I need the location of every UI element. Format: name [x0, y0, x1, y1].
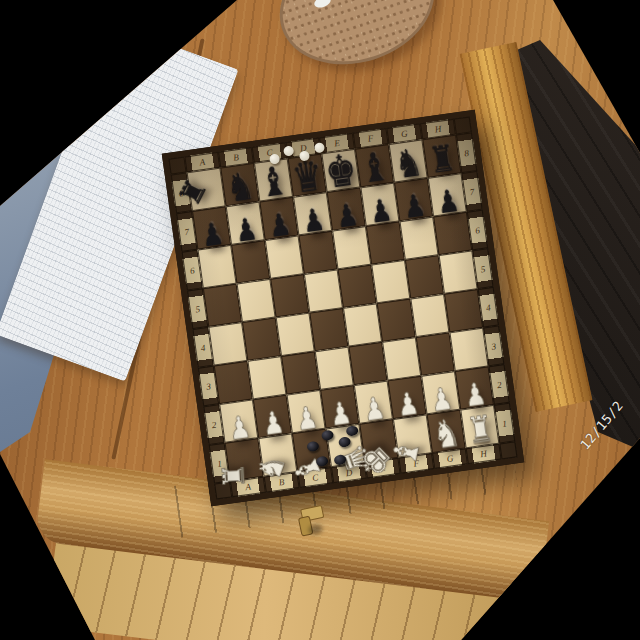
- piece-white-knight-g1: ♞: [431, 413, 463, 455]
- square-a5: [203, 284, 242, 327]
- square-c5: [270, 274, 309, 317]
- piece-white-pawn-c2: ♟: [294, 402, 320, 435]
- square-h1: ♜: [460, 405, 499, 448]
- square-d4: [309, 308, 348, 351]
- square-b5: [237, 279, 276, 322]
- piece-white-pawn-e2: ♟: [362, 392, 388, 425]
- square-b3: [247, 356, 286, 399]
- square-h3: [449, 328, 488, 371]
- piece-black-pawn-f7: ♟: [368, 194, 394, 227]
- square-f4: [377, 299, 416, 342]
- piece-black-pawn-b7: ♟: [233, 213, 259, 246]
- square-a3: [214, 361, 253, 404]
- square-f3: [382, 337, 421, 380]
- piece-white-rook-a1: ♜: [219, 463, 250, 490]
- square-f8: ♝: [355, 144, 394, 187]
- square-d5: [304, 269, 343, 312]
- piece-black-bishop-f8: ♝: [358, 146, 391, 189]
- square-c2: ♟: [287, 390, 326, 433]
- square-e8: ♚: [321, 149, 360, 192]
- frame-corner: [499, 441, 517, 459]
- piece-black-queen-d8: ♛: [290, 153, 325, 199]
- square-a4: [208, 322, 247, 365]
- piece-black-knight-b8: ♞: [224, 167, 256, 209]
- piece-black-pawn-a7: ♟: [200, 218, 226, 251]
- clasp-shadow: [308, 523, 324, 536]
- piece-black-knight-g8: ♞: [393, 143, 425, 185]
- square-c4: [276, 313, 315, 356]
- square-b2: ♟: [253, 395, 292, 438]
- square-b4: [242, 317, 281, 360]
- piece-black-king-e8: ♚: [323, 147, 359, 194]
- square-g8: ♞: [389, 139, 428, 182]
- piece-black-pawn-c7: ♟: [267, 208, 293, 241]
- piece-white-pawn-a2: ♟: [227, 411, 253, 444]
- piece-white-pawn-d2: ♟: [328, 397, 354, 430]
- square-d2: ♟: [320, 385, 359, 428]
- piece-white-pawn-b2: ♟: [261, 406, 287, 439]
- square-e4: [343, 303, 382, 346]
- square-e3: [348, 342, 387, 385]
- square-f2: ♟: [388, 376, 427, 419]
- square-e5: [338, 265, 377, 308]
- square-d8: ♛: [288, 154, 327, 197]
- piece-black-pawn-g7: ♟: [402, 190, 428, 223]
- square-d3: [315, 347, 354, 390]
- square-g4: [410, 294, 449, 337]
- square-a2: ♟: [219, 399, 258, 442]
- square-g5: [405, 255, 444, 298]
- square-g3: [416, 332, 455, 375]
- square-a8: ♜: [187, 168, 226, 211]
- piece-white-pawn-h2: ♟: [463, 378, 489, 411]
- square-c8: ♝: [254, 158, 293, 201]
- square-h4: [444, 289, 483, 332]
- piece-black-rook-h8: ♜: [428, 141, 458, 180]
- piece-black-pawn-d7: ♟: [301, 204, 327, 237]
- square-a7: ♟: [192, 206, 231, 249]
- photo-region: ABCDEFGH8♜♞♝♛♚♝♞♜87♟♟♟♟♟♟♟♟7665544332♟♟♟…: [0, 0, 640, 640]
- piece-black-pawn-e7: ♟: [334, 199, 360, 232]
- square-e2: ♟: [354, 381, 393, 424]
- chess-board: ABCDEFGH8♜♞♝♛♚♝♞♜87♟♟♟♟♟♟♟♟7665544332♟♟♟…: [162, 110, 524, 507]
- square-c3: [281, 351, 320, 394]
- square-h2: ♟: [455, 366, 494, 409]
- square-g2: ♟: [421, 371, 460, 414]
- square-f5: [371, 260, 410, 303]
- photo-canvas: ABCDEFGH8♜♞♝♛♚♝♞♜87♟♟♟♟♟♟♟♟7665544332♟♟♟…: [0, 0, 640, 640]
- piece-white-pawn-f2: ♟: [395, 387, 421, 420]
- piece-white-rook-h1: ♜: [465, 411, 495, 450]
- piece-black-bishop-c8: ♝: [257, 161, 290, 204]
- square-h8: ♜: [422, 135, 461, 178]
- square-g1: ♞: [427, 410, 466, 453]
- square-b8: ♞: [220, 163, 259, 206]
- board-grid: ABCDEFGH8♜♞♝♛♚♝♞♜87♟♟♟♟♟♟♟♟7665544332♟♟♟…: [169, 117, 518, 500]
- square-h5: [439, 250, 478, 293]
- piece-black-pawn-h7: ♟: [435, 185, 461, 218]
